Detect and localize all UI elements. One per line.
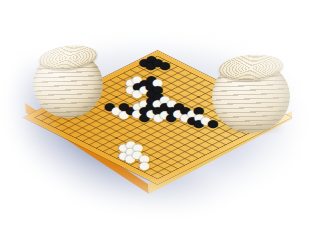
go-board-photo: ●●●●●●●●●●●●●●●●●●●●●●●●●●●●●●●●●●●●●●●●… [0,0,320,227]
stone-bowl-left [33,46,103,118]
stone-bowl-right [212,55,290,133]
black-stone: ● [158,61,170,71]
white-stone: ● [138,161,150,171]
